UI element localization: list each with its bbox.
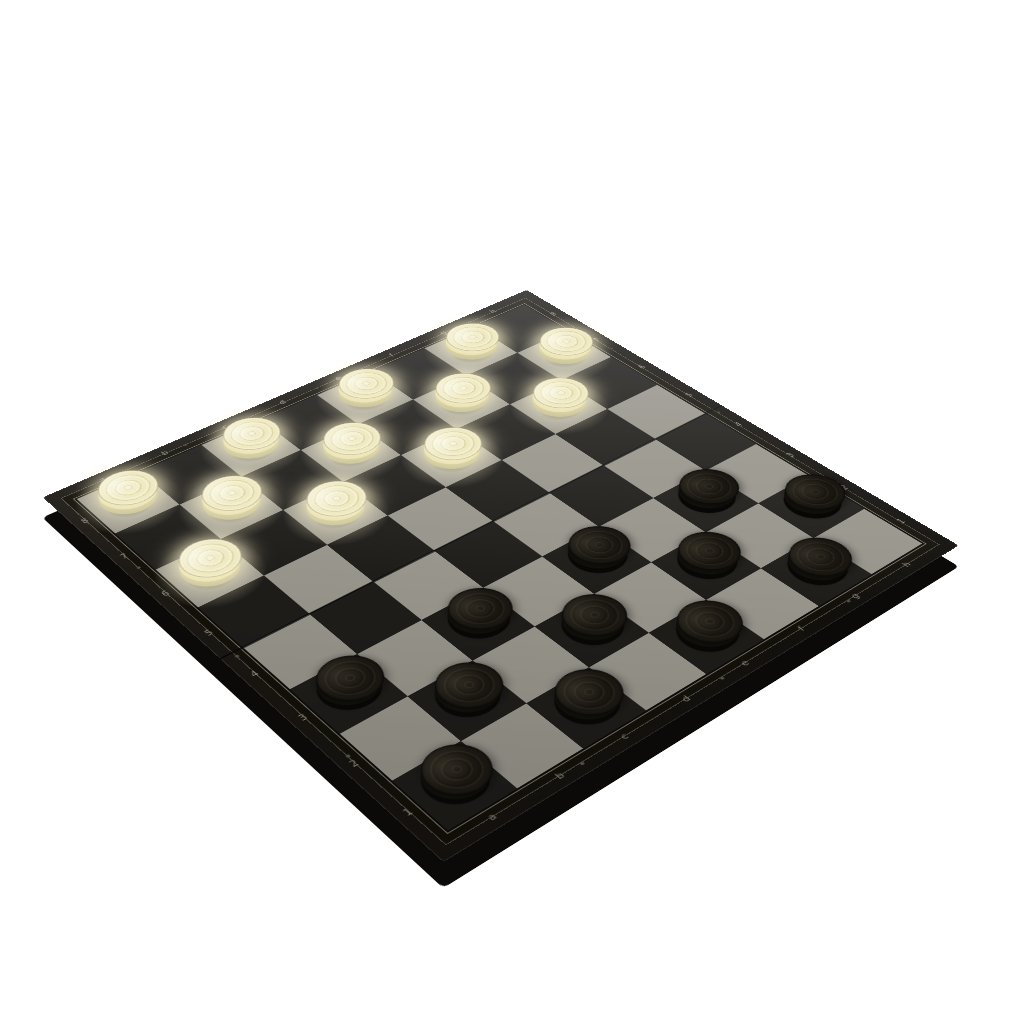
product-photo-scene: abcdefgh abcdefgh 12345678 12345678 [0, 0, 1010, 1010]
black-checker-f2[interactable] [664, 540, 749, 592]
board-surface [77, 305, 923, 830]
piece-top-face [772, 467, 857, 517]
piece-top-face [555, 519, 643, 572]
piece-top-face [294, 474, 378, 524]
checkers-board: abcdefgh abcdefgh 12345678 12345678 [43, 290, 959, 862]
board-frame: abcdefgh abcdefgh 12345678 12345678 [43, 290, 959, 862]
black-checker-g1[interactable] [774, 545, 860, 598]
black-checker-c3[interactable] [434, 595, 521, 651]
piece-top-face [775, 530, 864, 584]
piece-top-face [434, 580, 525, 638]
